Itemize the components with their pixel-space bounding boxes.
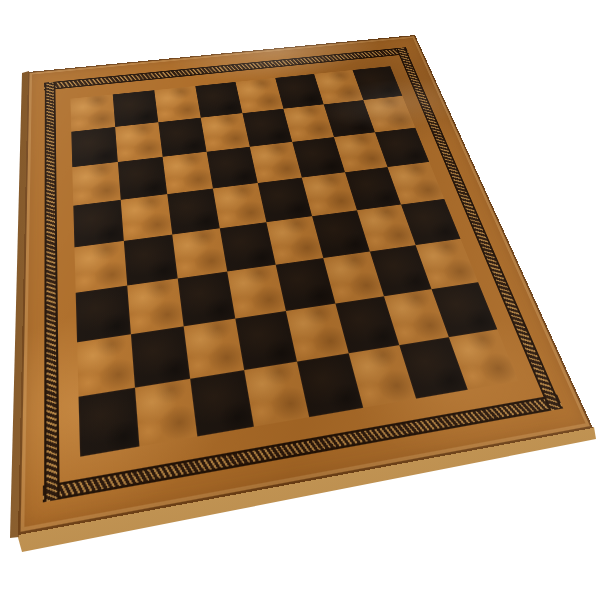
square-d6[interactable] bbox=[207, 147, 258, 189]
square-c7[interactable] bbox=[158, 118, 206, 157]
square-c6[interactable] bbox=[163, 152, 213, 194]
square-a8[interactable] bbox=[70, 94, 115, 131]
square-a5[interactable] bbox=[73, 200, 124, 248]
square-d8[interactable] bbox=[195, 82, 242, 118]
chess-board bbox=[18, 35, 593, 535]
square-b6[interactable] bbox=[118, 157, 167, 200]
square-b3[interactable] bbox=[127, 278, 183, 334]
square-a6[interactable] bbox=[72, 162, 120, 206]
square-d7[interactable] bbox=[201, 113, 250, 152]
photo-background bbox=[0, 0, 600, 600]
square-a1[interactable] bbox=[79, 388, 140, 457]
square-c4[interactable] bbox=[172, 228, 227, 278]
square-b2[interactable] bbox=[131, 326, 190, 387]
square-b8[interactable] bbox=[113, 90, 159, 127]
square-c3[interactable] bbox=[178, 272, 236, 327]
square-b5[interactable] bbox=[121, 194, 173, 241]
square-c1[interactable] bbox=[190, 370, 254, 436]
square-c2[interactable] bbox=[184, 319, 245, 379]
square-c5[interactable] bbox=[167, 189, 220, 235]
square-a3[interactable] bbox=[76, 286, 131, 343]
square-b1[interactable] bbox=[135, 379, 197, 447]
square-a7[interactable] bbox=[71, 127, 118, 167]
square-a2[interactable] bbox=[77, 334, 135, 396]
square-c8[interactable] bbox=[154, 86, 200, 122]
square-a4[interactable] bbox=[74, 241, 127, 293]
square-b7[interactable] bbox=[115, 122, 162, 162]
square-b4[interactable] bbox=[124, 235, 178, 286]
